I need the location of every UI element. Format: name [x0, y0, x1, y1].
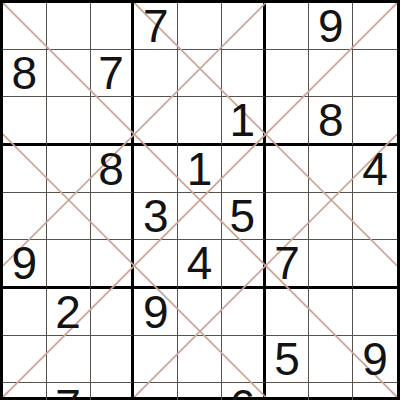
- cell-r4c2[interactable]: [47, 146, 91, 193]
- cell-r9c4[interactable]: [134, 383, 178, 400]
- cell-r2c7[interactable]: [266, 50, 310, 97]
- cell-r6c8[interactable]: [309, 240, 353, 289]
- cell-r8c4[interactable]: [134, 336, 178, 383]
- cell-r3c5[interactable]: [178, 97, 222, 146]
- given-digit: 7: [143, 3, 169, 49]
- cell-r7c3[interactable]: [91, 289, 135, 336]
- cell-r5c5[interactable]: [178, 193, 222, 240]
- given-digit: 7: [274, 240, 300, 286]
- cell-r6c1[interactable]: 9: [3, 240, 47, 289]
- cell-r4c9[interactable]: 4: [353, 146, 397, 193]
- cell-r6c7[interactable]: 7: [266, 240, 310, 289]
- cell-r7c4[interactable]: 9: [134, 289, 178, 336]
- cell-r1c4[interactable]: 7: [134, 3, 178, 50]
- given-digit: 1: [187, 146, 213, 192]
- cell-r5c8[interactable]: [309, 193, 353, 240]
- given-digit: 1: [229, 97, 255, 143]
- cell-r4c6[interactable]: [222, 146, 266, 193]
- cell-r9c2[interactable]: 7: [47, 383, 91, 400]
- cell-r8c8[interactable]: [309, 336, 353, 383]
- cell-r7c6[interactable]: [222, 289, 266, 336]
- given-digit: 7: [55, 383, 81, 400]
- cell-r9c3[interactable]: [91, 383, 135, 400]
- cell-r2c2[interactable]: [47, 50, 91, 97]
- cell-r6c6[interactable]: [222, 240, 266, 289]
- given-digit: 8: [12, 50, 38, 96]
- given-digit: 8: [98, 146, 124, 192]
- cell-r7c7[interactable]: [266, 289, 310, 336]
- cell-r2c5[interactable]: [178, 50, 222, 97]
- cell-r9c7[interactable]: [266, 383, 310, 400]
- cell-r5c6[interactable]: 5: [222, 193, 266, 240]
- cell-r2c8[interactable]: [309, 50, 353, 97]
- given-digit: 3: [143, 193, 169, 239]
- cell-r6c2[interactable]: [47, 240, 91, 289]
- given-digit: 9: [318, 3, 344, 49]
- cell-r8c1[interactable]: [3, 336, 47, 383]
- cell-r4c1[interactable]: [3, 146, 47, 193]
- given-digit: 9: [362, 336, 388, 382]
- cell-r3c2[interactable]: [47, 97, 91, 146]
- cell-r1c8[interactable]: 9: [309, 3, 353, 50]
- given-digit: 4: [362, 146, 388, 192]
- sudoku-board: 79871881435947295976: [0, 0, 400, 400]
- cell-r3c8[interactable]: 8: [309, 97, 353, 146]
- given-digit: 4: [187, 240, 213, 286]
- cell-r2c1[interactable]: 8: [3, 50, 47, 97]
- cell-r7c2[interactable]: 2: [47, 289, 91, 336]
- cell-r6c5[interactable]: 4: [178, 240, 222, 289]
- cell-r3c9[interactable]: [353, 97, 397, 146]
- cell-r5c1[interactable]: [3, 193, 47, 240]
- cell-r8c9[interactable]: 9: [353, 336, 397, 383]
- cell-r9c8[interactable]: [309, 383, 353, 400]
- cell-r4c7[interactable]: [266, 146, 310, 193]
- cell-r3c4[interactable]: [134, 97, 178, 146]
- cell-r5c3[interactable]: [91, 193, 135, 240]
- cell-r1c6[interactable]: [222, 3, 266, 50]
- cell-r3c3[interactable]: [91, 97, 135, 146]
- given-digit: 9: [12, 240, 38, 286]
- cell-r1c7[interactable]: [266, 3, 310, 50]
- cell-r6c4[interactable]: [134, 240, 178, 289]
- cell-r9c1[interactable]: [3, 383, 47, 400]
- cell-r4c8[interactable]: [309, 146, 353, 193]
- cell-r1c2[interactable]: [47, 3, 91, 50]
- cell-r8c2[interactable]: [47, 336, 91, 383]
- cell-r8c3[interactable]: [91, 336, 135, 383]
- given-digit: 5: [274, 336, 300, 382]
- cell-r2c3[interactable]: 7: [91, 50, 135, 97]
- given-digit: 5: [229, 193, 255, 239]
- given-digit: 8: [318, 97, 344, 143]
- cell-r9c9[interactable]: [353, 383, 397, 400]
- cell-r3c6[interactable]: 1: [222, 97, 266, 146]
- cell-r1c9[interactable]: [353, 3, 397, 50]
- cell-r2c4[interactable]: [134, 50, 178, 97]
- cell-r3c7[interactable]: [266, 97, 310, 146]
- cell-r2c9[interactable]: [353, 50, 397, 97]
- cell-r7c8[interactable]: [309, 289, 353, 336]
- cell-r5c4[interactable]: 3: [134, 193, 178, 240]
- given-digit: 9: [143, 289, 169, 335]
- cell-r8c7[interactable]: 5: [266, 336, 310, 383]
- cell-r8c6[interactable]: [222, 336, 266, 383]
- given-digit: 7: [98, 50, 124, 96]
- cell-r5c9[interactable]: [353, 193, 397, 240]
- cell-r1c1[interactable]: [3, 3, 47, 50]
- cell-r7c1[interactable]: [3, 289, 47, 336]
- cell-r9c6[interactable]: 6: [222, 383, 266, 400]
- cell-r4c4[interactable]: [134, 146, 178, 193]
- cell-r7c9[interactable]: [353, 289, 397, 336]
- cell-r6c3[interactable]: [91, 240, 135, 289]
- given-digit: 6: [229, 383, 255, 400]
- cell-r3c1[interactable]: [3, 97, 47, 146]
- cell-r2c6[interactable]: [222, 50, 266, 97]
- cell-r5c2[interactable]: [47, 193, 91, 240]
- cell-r9c5[interactable]: [178, 383, 222, 400]
- cell-r6c9[interactable]: [353, 240, 397, 289]
- cell-r1c3[interactable]: [91, 3, 135, 50]
- cell-r5c7[interactable]: [266, 193, 310, 240]
- cell-r4c5[interactable]: 1: [178, 146, 222, 193]
- cell-r8c5[interactable]: [178, 336, 222, 383]
- given-digit: 2: [55, 289, 81, 335]
- cell-r4c3[interactable]: 8: [91, 146, 135, 193]
- cell-r7c5[interactable]: [178, 289, 222, 336]
- cell-r1c5[interactable]: [178, 3, 222, 50]
